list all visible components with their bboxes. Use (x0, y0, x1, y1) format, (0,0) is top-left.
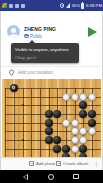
status-left-icons (2, 3, 25, 8)
go-stone-white (62, 93, 70, 101)
go-stone-black (45, 119, 53, 127)
audience-selector[interactable]: Public (24, 34, 42, 39)
go-stone-black-marked (10, 84, 18, 92)
grid-line (5, 88, 100, 89)
add-photo-label: Add photo (36, 161, 55, 166)
tooltip-dismiss-button[interactable]: Okay, got it (15, 55, 36, 60)
go-stone-black (79, 101, 87, 109)
grid-line (5, 123, 100, 124)
create-album-label: Create album (63, 161, 88, 166)
go-stone-black (53, 145, 61, 153)
back-icon (24, 175, 27, 179)
create-album-button[interactable]: Create album (56, 161, 88, 166)
tooltip-caret-icon (29, 40, 35, 43)
go-stone-black (79, 110, 87, 118)
go-stone-black (45, 127, 53, 135)
globe-icon (24, 34, 29, 39)
go-stone-white (79, 127, 87, 135)
notification-icon (9, 4, 13, 8)
go-stone-black (79, 145, 87, 153)
grid-line (23, 88, 24, 166)
grid-line (31, 88, 32, 166)
android-nav-bar (0, 170, 103, 183)
status-right-cluster: 35% 6:38 PM (60, 2, 102, 9)
grid-line (5, 88, 6, 166)
go-board-photo[interactable] (2, 79, 101, 168)
go-stone-white (71, 93, 79, 101)
add-photo-button[interactable]: Add photo (29, 161, 55, 166)
go-stone-black (53, 136, 61, 144)
home-button[interactable] (48, 174, 54, 180)
go-stone-white (79, 136, 87, 144)
status-bar: 35% 6:38 PM (0, 0, 103, 11)
go-stone-white (88, 127, 96, 135)
grid-line (40, 88, 41, 166)
phone-screen: 35% 6:38 PM ZHENG PING Public Add your l… (0, 0, 103, 183)
overflow-menu-icon[interactable]: ⋮ (93, 160, 99, 167)
go-stone-white (71, 119, 79, 127)
recents-button[interactable] (73, 174, 79, 180)
last-move-marker (12, 86, 15, 89)
go-stone-white (71, 145, 79, 153)
grid-line (57, 88, 58, 166)
signal-icon (66, 3, 70, 8)
go-stone-white (79, 93, 87, 101)
status-time: 6:38 PM (86, 2, 102, 9)
go-stone-white (71, 136, 79, 144)
author-name: ZHENG PING (24, 26, 56, 32)
visibility-tooltip: Visible to anyone, anywhere Okay, got it (11, 43, 79, 63)
send-icon[interactable] (88, 27, 97, 37)
avatar-person-icon (9, 34, 19, 39)
audience-label: Public (30, 34, 42, 39)
go-stone-white (88, 93, 96, 101)
avatar-person-icon (11, 28, 16, 33)
notification-icon (15, 4, 19, 8)
go-stone-white (71, 127, 79, 135)
battery-percent: 35% (71, 2, 80, 9)
grid-line (14, 88, 15, 166)
go-stone-black (88, 110, 96, 118)
go-stone-black (45, 136, 53, 144)
go-stone-black (53, 110, 61, 118)
add-location-row[interactable]: Add your location (1, 66, 102, 78)
notification-icon (21, 4, 25, 8)
go-stone-black (45, 110, 53, 118)
photo-icon (29, 161, 34, 166)
album-icon (56, 161, 61, 166)
star-point (22, 139, 24, 141)
bottom-toolbar: Add photo Create album ⋮ (1, 157, 102, 170)
go-stone-black (88, 119, 96, 127)
alarm-icon (60, 3, 65, 8)
add-location-label: Add your location (18, 70, 53, 75)
battery-icon (81, 3, 84, 9)
location-pin-icon (8, 69, 14, 75)
post-card: ZHENG PING Public Add your location Add … (1, 11, 102, 170)
go-board (2, 79, 101, 168)
photos-app-icon (2, 3, 7, 8)
avatar[interactable] (7, 25, 20, 38)
tooltip-message: Visible to anyone, anywhere (15, 47, 69, 52)
go-stone-black (62, 145, 70, 153)
go-stone-white (62, 119, 70, 127)
